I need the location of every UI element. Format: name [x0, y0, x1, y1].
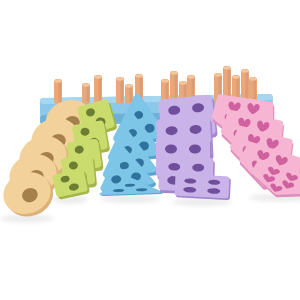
peg-shade — [254, 80, 257, 102]
peg-cap — [95, 75, 102, 78]
peg-cap — [224, 66, 231, 69]
peg-cap — [188, 75, 195, 78]
peg-hole — [165, 145, 177, 154]
peg-shade — [175, 74, 178, 102]
peg-shade — [99, 78, 102, 102]
peg-cap — [55, 79, 62, 82]
product-photo-wooden-peg-stacker — [0, 0, 300, 300]
peg-cap — [117, 77, 124, 80]
peg-shade — [130, 87, 133, 102]
piece-face — [174, 174, 229, 199]
peg-cap — [162, 79, 169, 82]
peg-cap — [250, 77, 257, 80]
peg-cap — [233, 75, 240, 78]
peg-cap — [242, 69, 249, 72]
wooden-peg — [54, 79, 62, 104]
wooden-peg — [82, 83, 90, 104]
piece-shadow — [100, 195, 159, 203]
peg-cap — [126, 84, 133, 87]
peg-shade — [59, 82, 62, 102]
peg-cap — [215, 73, 222, 76]
wooden-peg — [94, 75, 102, 104]
wooden-peg — [125, 84, 133, 104]
peg-shade — [246, 72, 249, 102]
peg-cap — [136, 74, 143, 77]
peg-cap — [171, 71, 178, 74]
peg-shade — [87, 86, 90, 102]
toy-scene — [0, 0, 300, 300]
wooden-peg — [116, 77, 124, 104]
peg-hole — [189, 145, 201, 154]
peg-cap — [180, 81, 187, 84]
purple-square-stack-piece — [174, 174, 231, 201]
peg-shade — [121, 80, 124, 102]
peg-cap — [83, 83, 90, 86]
